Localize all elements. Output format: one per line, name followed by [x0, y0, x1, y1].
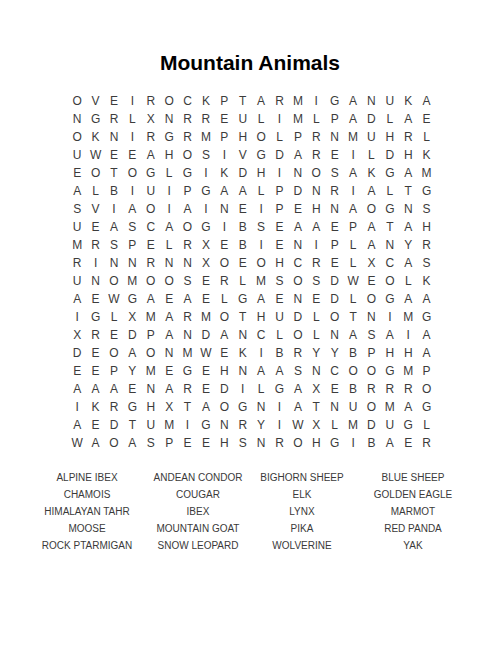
grid-cell: O [142, 344, 160, 362]
grid-cell: K [234, 344, 252, 362]
grid-cell: R [142, 254, 160, 272]
grid-cell: E [123, 146, 141, 164]
grid-cell: K [399, 92, 417, 110]
grid-cell: D [325, 272, 343, 290]
grid-cell: O [178, 146, 196, 164]
grid-cell: A [399, 398, 417, 416]
grid-cell: N [160, 254, 178, 272]
grid-cell: G [417, 182, 435, 200]
grid-cell: L [270, 326, 288, 344]
grid-cell: H [160, 146, 178, 164]
grid-cell: A [160, 326, 178, 344]
grid-cell: R [399, 380, 417, 398]
grid-cell: M [142, 362, 160, 380]
grid-cell: O [362, 200, 380, 218]
word-list-item: MARMOT [354, 503, 472, 520]
grid-cell: E [197, 362, 215, 380]
grid-cell: L [417, 416, 435, 434]
grid-cell: O [105, 272, 123, 290]
grid-cell: R [178, 236, 196, 254]
grid-cell: C [142, 218, 160, 236]
grid-cell: G [234, 398, 252, 416]
grid-cell: R [178, 110, 196, 128]
grid-cell: S [362, 326, 380, 344]
grid-cell: I [270, 164, 288, 182]
grid-cell: O [215, 398, 233, 416]
grid-cell: K [362, 164, 380, 182]
grid-cell: X [362, 254, 380, 272]
grid-cell: V [86, 200, 104, 218]
grid-cell: N [381, 236, 399, 254]
grid-cell: E [86, 218, 104, 236]
grid-cell: E [105, 92, 123, 110]
grid-cell: R [215, 272, 233, 290]
grid-cell: A [344, 200, 362, 218]
grid-cell: O [215, 254, 233, 272]
grid-cell: N [307, 362, 325, 380]
grid-cell: G [178, 164, 196, 182]
grid-cell: P [325, 110, 343, 128]
grid-cell: I [270, 398, 288, 416]
grid-cell: H [215, 362, 233, 380]
grid-cell: X [160, 398, 178, 416]
grid-cell: A [289, 146, 307, 164]
grid-cell: X [197, 236, 215, 254]
grid-cell: G [325, 92, 343, 110]
word-list-item: ELK [250, 486, 354, 503]
grid-cell: A [123, 434, 141, 452]
grid-cell: G [123, 290, 141, 308]
grid-cell: R [289, 344, 307, 362]
grid-cell: O [86, 164, 104, 182]
word-list-item: BLUE SHEEP [354, 469, 472, 486]
grid-cell: N [160, 344, 178, 362]
grid-cell: X [307, 416, 325, 434]
grid-cell: T [344, 308, 362, 326]
grid-cell: A [142, 146, 160, 164]
grid-cell: A [417, 326, 435, 344]
grid-cell: A [289, 398, 307, 416]
grid-cell: M [197, 128, 215, 146]
grid-cell: E [270, 218, 288, 236]
grid-cell: E [197, 434, 215, 452]
grid-cell: O [289, 326, 307, 344]
grid-cell: N [325, 326, 343, 344]
grid-cell: D [289, 182, 307, 200]
grid-cell: A [270, 362, 288, 380]
grid-cell: U [142, 182, 160, 200]
grid-cell: S [289, 362, 307, 380]
grid-cell: G [252, 146, 270, 164]
grid-cell: G [234, 290, 252, 308]
grid-cell: A [123, 200, 141, 218]
word-list-item: COUGAR [146, 486, 250, 503]
grid-cell: A [399, 164, 417, 182]
grid-cell: G [417, 308, 435, 326]
grid-cell: W [197, 344, 215, 362]
grid-cell: T [234, 308, 252, 326]
grid-cell: S [270, 272, 288, 290]
grid-cell: O [289, 434, 307, 452]
grid-cell: I [197, 164, 215, 182]
grid-cell: E [215, 236, 233, 254]
grid-cell: A [344, 326, 362, 344]
grid-cell: A [381, 326, 399, 344]
grid-cell: L [344, 290, 362, 308]
grid-cell: H [142, 398, 160, 416]
grid-cell: N [234, 362, 252, 380]
grid-cell: U [68, 146, 86, 164]
grid-cell: O [178, 218, 196, 236]
grid-cell: R [178, 380, 196, 398]
grid-cell: A [344, 164, 362, 182]
grid-cell: E [160, 362, 178, 380]
grid-cell: G [142, 164, 160, 182]
grid-cell: N [325, 398, 343, 416]
grid-cell: A [68, 182, 86, 200]
grid-cell: S [307, 272, 325, 290]
grid-cell: N [234, 326, 252, 344]
grid-cell: A [417, 290, 435, 308]
grid-cell: O [68, 92, 86, 110]
grid-cell: M [178, 344, 196, 362]
grid-cell: I [344, 146, 362, 164]
grid-cell: W [289, 416, 307, 434]
grid-cell: A [289, 380, 307, 398]
grid-cell: P [325, 236, 343, 254]
grid-cell: S [197, 146, 215, 164]
grid-cell: D [234, 164, 252, 182]
grid-cell: N [362, 92, 380, 110]
grid-cell: I [123, 128, 141, 146]
grid-cell: R [417, 236, 435, 254]
grid-cell: E [68, 164, 86, 182]
grid-cell: H [381, 128, 399, 146]
grid-cell: B [344, 344, 362, 362]
grid-cell: R [307, 254, 325, 272]
grid-cell: U [68, 272, 86, 290]
grid-cell: T [123, 416, 141, 434]
grid-cell: R [325, 182, 343, 200]
grid-cell: D [197, 326, 215, 344]
grid-cell: T [399, 182, 417, 200]
grid-cell: N [325, 200, 343, 218]
grid-cell: G [197, 416, 215, 434]
grid-cell: I [252, 236, 270, 254]
grid-cell: U [344, 398, 362, 416]
grid-cell: H [252, 164, 270, 182]
grid-cell: R [142, 92, 160, 110]
grid-cell: L [417, 128, 435, 146]
word-list-item: HIMALAYAN TAHR [28, 503, 146, 520]
grid-cell: A [417, 344, 435, 362]
grid-cell: M [289, 110, 307, 128]
grid-cell: S [325, 164, 343, 182]
grid-cell: P [105, 362, 123, 380]
grid-cell: G [123, 398, 141, 416]
grid-cell: I [381, 308, 399, 326]
grid-cell: N [123, 254, 141, 272]
grid-cell: A [86, 434, 104, 452]
grid-cell: L [381, 110, 399, 128]
grid-cell: E [399, 434, 417, 452]
grid-cell: S [417, 200, 435, 218]
grid-cell: E [68, 362, 86, 380]
grid-cell: M [289, 92, 307, 110]
grid-cell: U [270, 308, 288, 326]
grid-cell: A [399, 290, 417, 308]
grid-cell: Y [325, 344, 343, 362]
grid-cell: I [160, 182, 178, 200]
grid-cell: E [123, 380, 141, 398]
grid-cell: A [68, 416, 86, 434]
grid-cell: B [362, 434, 380, 452]
grid-cell: E [160, 290, 178, 308]
grid-cell: L [123, 110, 141, 128]
grid-cell: O [252, 254, 270, 272]
grid-cell: A [86, 380, 104, 398]
grid-cell: N [215, 200, 233, 218]
grid-cell: O [142, 200, 160, 218]
grid-cell: L [160, 236, 178, 254]
grid-cell: K [417, 272, 435, 290]
grid-cell: Y [123, 362, 141, 380]
word-list-item: MOOSE [28, 520, 146, 537]
word-list-item: ANDEAN CONDOR [146, 469, 250, 486]
grid-cell: G [381, 362, 399, 380]
grid-cell: S [142, 434, 160, 452]
grid-cell: D [362, 110, 380, 128]
grid-cell: D [381, 146, 399, 164]
grid-cell: N [215, 416, 233, 434]
grid-cell: W [68, 434, 86, 452]
grid-cell: T [105, 164, 123, 182]
grid-cell: A [160, 218, 178, 236]
grid-cell: A [215, 182, 233, 200]
grid-cell: A [362, 218, 380, 236]
grid-cell: B [344, 380, 362, 398]
grid-cell: A [105, 380, 123, 398]
grid-cell: G [417, 398, 435, 416]
grid-cell: N [252, 398, 270, 416]
grid-cell: P [178, 182, 196, 200]
grid-cell: I [68, 398, 86, 416]
grid-cell: A [142, 290, 160, 308]
word-list-item: LYNX [250, 503, 354, 520]
grid-cell: H [399, 146, 417, 164]
grid-cell: A [362, 182, 380, 200]
grid-cell: P [362, 344, 380, 362]
grid-cell: I [307, 92, 325, 110]
grid-cell: S [417, 254, 435, 272]
grid-cell: N [86, 272, 104, 290]
grid-cell: I [399, 326, 417, 344]
grid-cell: L [234, 272, 252, 290]
grid-cell: O [68, 128, 86, 146]
grid-cell: P [417, 362, 435, 380]
grid-cell: H [307, 200, 325, 218]
grid-cell: T [381, 218, 399, 236]
grid-cell: B [234, 236, 252, 254]
grid-cell: R [399, 128, 417, 146]
grid-cell: R [307, 128, 325, 146]
grid-cell: G [381, 200, 399, 218]
grid-cell: P [123, 236, 141, 254]
grid-cell: N [399, 200, 417, 218]
grid-cell: I [270, 110, 288, 128]
grid-cell: C [381, 254, 399, 272]
grid-cell: I [234, 380, 252, 398]
grid-cell: I [344, 182, 362, 200]
grid-cell: T [234, 92, 252, 110]
grid-cell: O [252, 128, 270, 146]
grid-cell: E [289, 200, 307, 218]
grid-cell: A [123, 344, 141, 362]
grid-cell: T [178, 398, 196, 416]
grid-cell: H [234, 128, 252, 146]
grid-cell: R [197, 110, 215, 128]
grid-cell: P [289, 128, 307, 146]
grid-cell: D [270, 146, 288, 164]
grid-cell: X [68, 326, 86, 344]
grid-cell: K [86, 398, 104, 416]
grid-cell: R [105, 110, 123, 128]
grid-cell: L [270, 128, 288, 146]
grid-cell: O [123, 164, 141, 182]
grid-cell: A [289, 218, 307, 236]
grid-cell: O [325, 308, 343, 326]
word-list-item: ROCK PTARMIGAN [28, 537, 146, 554]
grid-cell: E [417, 110, 435, 128]
grid-cell: O [381, 272, 399, 290]
grid-cell: R [68, 254, 86, 272]
grid-cell: R [178, 308, 196, 326]
grid-cell: H [270, 254, 288, 272]
grid-cell: I [160, 200, 178, 218]
grid-cell: R [381, 380, 399, 398]
grid-cell: N [105, 128, 123, 146]
grid-cell: O [417, 380, 435, 398]
grid-cell: E [197, 380, 215, 398]
grid-cell: A [160, 308, 178, 326]
grid-cell: A [399, 110, 417, 128]
grid-cell: M [344, 128, 362, 146]
grid-cell: L [344, 236, 362, 254]
grid-cell: E [325, 254, 343, 272]
grid-cell: L [160, 164, 178, 182]
grid-cell: A [417, 92, 435, 110]
grid-cell: A [252, 92, 270, 110]
grid-cell: C [178, 92, 196, 110]
grid-cell: W [344, 272, 362, 290]
grid-cell: L [362, 146, 380, 164]
grid-cell: M [160, 416, 178, 434]
word-list-item: MOUNTAIN GOAT [146, 520, 250, 537]
grid-cell: D [362, 416, 380, 434]
word-list-item: ALPINE IBEX [28, 469, 146, 486]
word-list-item: SNOW LEOPARD [146, 537, 250, 554]
grid-cell: H [252, 308, 270, 326]
grid-cell: H [215, 434, 233, 452]
grid-cell: A [178, 290, 196, 308]
grid-cell: S [234, 434, 252, 452]
grid-cell: P [270, 182, 288, 200]
grid-cell: N [178, 254, 196, 272]
grid-cell: L [252, 110, 270, 128]
grid-cell: M [381, 398, 399, 416]
word-list-item: BIGHORN SHEEP [250, 469, 354, 486]
grid-cell: G [270, 380, 288, 398]
grid-cell: G [381, 164, 399, 182]
grid-cell: G [86, 110, 104, 128]
grid-cell: I [270, 416, 288, 434]
grid-cell: L [307, 110, 325, 128]
grid-cell: M [197, 308, 215, 326]
grid-cell: N [142, 380, 160, 398]
grid-cell: S [123, 218, 141, 236]
grid-cell: E [178, 434, 196, 452]
grid-cell: L [381, 182, 399, 200]
grid-cell: U [68, 218, 86, 236]
grid-cell: O [344, 362, 362, 380]
grid-cell: I [215, 218, 233, 236]
grid-cell: N [289, 290, 307, 308]
grid-cell: A [344, 110, 362, 128]
grid-cell: U [142, 416, 160, 434]
grid-cell: O [160, 272, 178, 290]
grid-cell: L [399, 272, 417, 290]
grid-cell: E [215, 110, 233, 128]
grid-cell: N [252, 434, 270, 452]
grid-cell: E [86, 344, 104, 362]
grid-cell: R [105, 398, 123, 416]
grid-cell: N [307, 182, 325, 200]
grid-cell: V [234, 146, 252, 164]
grid-cell: O [105, 344, 123, 362]
grid-cell: E [234, 254, 252, 272]
grid-cell: R [362, 380, 380, 398]
grid-cell: O [289, 272, 307, 290]
grid-cell: H [417, 218, 435, 236]
grid-cell: A [344, 92, 362, 110]
grid-cell: R [142, 128, 160, 146]
word-list-item: YAK [354, 537, 472, 554]
grid-cell: L [252, 380, 270, 398]
grid-cell: N [68, 110, 86, 128]
puzzle-title: Mountain Animals [0, 51, 500, 75]
grid-cell: A [234, 182, 252, 200]
grid-cell: I [86, 254, 104, 272]
grid-cell: D [325, 290, 343, 308]
grid-cell: I [307, 236, 325, 254]
grid-cell: I [123, 92, 141, 110]
grid-cell: U [381, 92, 399, 110]
grid-cell: Y [252, 416, 270, 434]
grid-cell: D [289, 308, 307, 326]
grid-cell: L [215, 290, 233, 308]
grid-cell: O [160, 92, 178, 110]
grid-cell: K [86, 128, 104, 146]
grid-cell: T [307, 398, 325, 416]
grid-cell: A [197, 398, 215, 416]
grid-cell: M [123, 272, 141, 290]
grid-cell: E [86, 416, 104, 434]
grid-cell: L [307, 326, 325, 344]
grid-cell: E [197, 290, 215, 308]
word-list-item: PIKA [250, 520, 354, 537]
word-list-item: CHAMOIS [28, 486, 146, 503]
grid-cell: E [105, 146, 123, 164]
